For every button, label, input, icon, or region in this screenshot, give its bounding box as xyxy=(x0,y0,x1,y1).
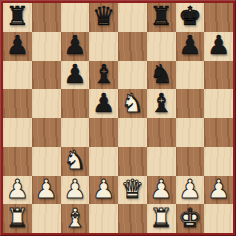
square-h8[interactable] xyxy=(204,3,233,32)
square-c2[interactable]: ♟ xyxy=(61,176,90,205)
piece-white-rook: ♜ xyxy=(6,205,29,231)
piece-white-pawn: ♟ xyxy=(178,176,201,202)
square-e3[interactable] xyxy=(118,147,147,176)
square-c1[interactable]: ♝ xyxy=(61,204,90,233)
square-b4[interactable] xyxy=(32,118,61,147)
square-g1[interactable]: ♚ xyxy=(176,204,205,233)
square-c5[interactable] xyxy=(61,89,90,118)
square-g3[interactable] xyxy=(176,147,205,176)
square-e8[interactable] xyxy=(118,3,147,32)
square-a5[interactable] xyxy=(3,89,32,118)
square-h6[interactable] xyxy=(204,61,233,90)
square-g5[interactable] xyxy=(176,89,205,118)
piece-white-rook: ♜ xyxy=(149,205,172,231)
square-d5[interactable]: ♟ xyxy=(89,89,118,118)
square-c8[interactable] xyxy=(61,3,90,32)
square-h1[interactable] xyxy=(204,204,233,233)
square-d8[interactable]: ♛ xyxy=(89,3,118,32)
piece-black-pawn: ♟ xyxy=(63,61,86,87)
piece-black-pawn: ♟ xyxy=(63,32,86,58)
square-b8[interactable] xyxy=(32,3,61,32)
square-f7[interactable] xyxy=(147,32,176,61)
square-a2[interactable]: ♟ xyxy=(3,176,32,205)
square-a4[interactable] xyxy=(3,118,32,147)
square-c7[interactable]: ♟ xyxy=(61,32,90,61)
piece-white-pawn: ♟ xyxy=(149,176,172,202)
piece-black-queen: ♛ xyxy=(92,3,115,29)
square-d1[interactable] xyxy=(89,204,118,233)
square-g6[interactable] xyxy=(176,61,205,90)
square-c3[interactable]: ♞ xyxy=(61,147,90,176)
square-b1[interactable] xyxy=(32,204,61,233)
square-d7[interactable] xyxy=(89,32,118,61)
piece-white-knight: ♞ xyxy=(63,147,86,173)
piece-black-rook: ♜ xyxy=(149,3,172,29)
piece-white-pawn: ♟ xyxy=(92,176,115,202)
square-g4[interactable] xyxy=(176,118,205,147)
square-a6[interactable] xyxy=(3,61,32,90)
piece-black-pawn: ♟ xyxy=(207,32,230,58)
piece-black-rook: ♜ xyxy=(6,3,29,29)
piece-white-king: ♚ xyxy=(178,205,201,231)
square-a1[interactable]: ♜ xyxy=(3,204,32,233)
square-f3[interactable] xyxy=(147,147,176,176)
piece-black-pawn: ♟ xyxy=(178,32,201,58)
square-e7[interactable] xyxy=(118,32,147,61)
piece-black-knight: ♞ xyxy=(149,61,172,87)
square-d6[interactable]: ♝ xyxy=(89,61,118,90)
piece-white-pawn: ♟ xyxy=(207,176,230,202)
square-h4[interactable] xyxy=(204,118,233,147)
square-f8[interactable]: ♜ xyxy=(147,3,176,32)
square-h2[interactable]: ♟ xyxy=(204,176,233,205)
square-f4[interactable] xyxy=(147,118,176,147)
square-f1[interactable]: ♜ xyxy=(147,204,176,233)
square-d4[interactable] xyxy=(89,118,118,147)
square-a7[interactable]: ♟ xyxy=(3,32,32,61)
square-b6[interactable] xyxy=(32,61,61,90)
square-e4[interactable] xyxy=(118,118,147,147)
square-h5[interactable] xyxy=(204,89,233,118)
square-g7[interactable]: ♟ xyxy=(176,32,205,61)
piece-white-pawn: ♟ xyxy=(34,176,57,202)
piece-white-queen: ♛ xyxy=(121,176,144,202)
square-b2[interactable]: ♟ xyxy=(32,176,61,205)
piece-black-pawn: ♟ xyxy=(6,32,29,58)
square-g8[interactable]: ♚ xyxy=(176,3,205,32)
piece-black-bishop: ♝ xyxy=(92,61,115,87)
square-e1[interactable] xyxy=(118,204,147,233)
piece-black-king: ♚ xyxy=(178,3,201,29)
square-a3[interactable] xyxy=(3,147,32,176)
chess-board: ♜♛♜♚♟♟♟♟♟♝♞♟♞♝♞♟♟♟♟♛♟♟♟♜♝♜♚ xyxy=(3,3,233,233)
piece-white-knight: ♞ xyxy=(121,90,144,116)
square-g2[interactable]: ♟ xyxy=(176,176,205,205)
piece-white-pawn: ♟ xyxy=(63,176,86,202)
square-f2[interactable]: ♟ xyxy=(147,176,176,205)
square-e6[interactable] xyxy=(118,61,147,90)
square-b7[interactable] xyxy=(32,32,61,61)
square-e5[interactable]: ♞ xyxy=(118,89,147,118)
square-d2[interactable]: ♟ xyxy=(89,176,118,205)
chess-board-frame: ♜♛♜♚♟♟♟♟♟♝♞♟♞♝♞♟♟♟♟♛♟♟♟♜♝♜♚ xyxy=(0,0,236,236)
square-d3[interactable] xyxy=(89,147,118,176)
square-f5[interactable]: ♝ xyxy=(147,89,176,118)
piece-white-bishop: ♝ xyxy=(63,205,86,231)
square-c4[interactable] xyxy=(61,118,90,147)
piece-black-bishop: ♝ xyxy=(149,90,172,116)
square-e2[interactable]: ♛ xyxy=(118,176,147,205)
square-a8[interactable]: ♜ xyxy=(3,3,32,32)
square-h7[interactable]: ♟ xyxy=(204,32,233,61)
square-h3[interactable] xyxy=(204,147,233,176)
square-b3[interactable] xyxy=(32,147,61,176)
square-f6[interactable]: ♞ xyxy=(147,61,176,90)
piece-white-pawn: ♟ xyxy=(6,176,29,202)
square-b5[interactable] xyxy=(32,89,61,118)
square-c6[interactable]: ♟ xyxy=(61,61,90,90)
piece-black-pawn: ♟ xyxy=(92,90,115,116)
